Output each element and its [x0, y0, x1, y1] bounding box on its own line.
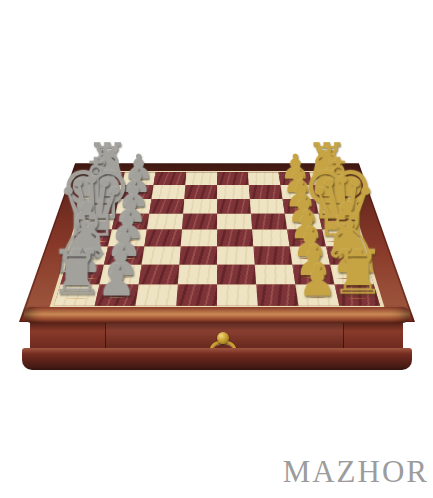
square-h4: [217, 172, 249, 185]
square-f4: [217, 199, 251, 214]
square-h3: [247, 172, 280, 185]
square-e3: [250, 214, 286, 230]
square-c5: [179, 247, 217, 265]
square-f6: [149, 199, 184, 214]
square-d5: [180, 230, 216, 247]
square-e6: [146, 214, 182, 230]
square-a5: [176, 284, 217, 305]
square-g5: [184, 185, 217, 199]
wooden-base: [103, 298, 129, 305]
square-d4: [217, 230, 253, 247]
board-front-edge: [24, 307, 410, 323]
square-d6: [144, 230, 182, 247]
chess-board: ♜♟♟♜♞♟♟♞♝♟♟♝♚♟♟♚♛♟♟♛♝♟♟♝♞♟♟♞♜♟♟♜: [19, 163, 415, 322]
square-a7: ♟: [94, 284, 138, 305]
square-a8: ♜: [53, 284, 99, 305]
chess-set-product-photo: ♜♟♟♜♞♟♟♞♝♟♟♝♚♟♟♚♛♟♟♛♝♟♟♝♞♟♟♞♜♟♟♜ MAZHOR: [0, 0, 433, 498]
white-rook-icon: ♜: [330, 242, 385, 303]
square-b5: [177, 265, 216, 285]
board-grid: ♜♟♟♜♞♟♟♞♝♟♟♝♚♟♟♚♛♟♟♛♝♟♟♝♞♟♟♞♜♟♟♜: [49, 171, 384, 308]
square-b4: [217, 265, 256, 285]
square-e5: [181, 214, 216, 230]
brand-watermark: MAZHOR: [283, 454, 429, 490]
square-g3: [248, 185, 282, 199]
wooden-base: [58, 298, 93, 307]
square-f3: [249, 199, 284, 214]
square-h5: [185, 172, 217, 185]
square-a4: [217, 284, 258, 305]
square-f5: [183, 199, 217, 214]
square-c6: [141, 247, 180, 265]
square-a1: ♜: [334, 284, 380, 305]
square-c3: [253, 247, 292, 265]
square-e4: [217, 214, 252, 230]
case-base-molding: [22, 348, 412, 370]
square-d3: [252, 230, 290, 247]
square-c4: [217, 247, 255, 265]
square-g6: [151, 185, 185, 199]
square-b6: [138, 265, 179, 285]
wooden-base: [304, 298, 330, 305]
black-rook-icon: ♜: [49, 242, 104, 303]
square-g4: [217, 185, 250, 199]
handle-knob-icon: [217, 332, 229, 344]
square-h6: [153, 172, 186, 185]
case-front: [30, 321, 403, 350]
square-a3: [256, 284, 298, 305]
black-pawn-icon: ♟: [96, 258, 135, 302]
square-b3: [254, 265, 295, 285]
square-a6: [135, 284, 177, 305]
wooden-base: [339, 298, 374, 307]
